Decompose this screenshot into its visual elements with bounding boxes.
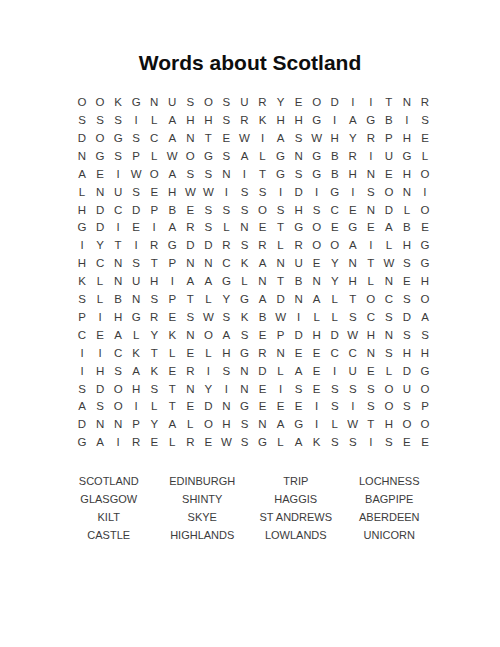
grid-cell-r19c18[interactable]: H: [380, 416, 398, 434]
grid-cell-r15c17[interactable]: N: [362, 345, 380, 363]
grid-cell-r16c3[interactable]: S: [109, 362, 127, 380]
grid-cell-r5c8[interactable]: S: [199, 166, 217, 184]
grid-cell-r4c20[interactable]: L: [416, 148, 434, 166]
grid-cell-r11c18[interactable]: N: [380, 273, 398, 291]
grid-cell-r1c12[interactable]: Y: [272, 94, 290, 112]
grid-cell-r14c4[interactable]: L: [127, 327, 145, 345]
grid-cell-r13c20[interactable]: A: [416, 309, 434, 327]
grid-cell-r5c4[interactable]: W: [127, 166, 145, 184]
grid-cell-r4c2[interactable]: G: [91, 148, 109, 166]
grid-cell-r12c17[interactable]: O: [362, 291, 380, 309]
grid-cell-r10c5[interactable]: T: [145, 255, 163, 273]
grid-cell-r20c12[interactable]: L: [272, 434, 290, 452]
grid-cell-r20c1[interactable]: G: [73, 434, 91, 452]
grid-cell-r1c3[interactable]: K: [109, 94, 127, 112]
grid-cell-r20c10[interactable]: S: [235, 434, 253, 452]
grid-cell-r9c8[interactable]: D: [199, 237, 217, 255]
grid-cell-r8c4[interactable]: E: [127, 219, 145, 237]
grid-cell-r4c10[interactable]: A: [235, 148, 253, 166]
grid-cell-r2c14[interactable]: G: [308, 112, 326, 130]
grid-cell-r18c1[interactable]: A: [73, 398, 91, 416]
grid-cell-r13c1[interactable]: P: [73, 309, 91, 327]
grid-cell-r2c18[interactable]: B: [380, 112, 398, 130]
grid-cell-r16c5[interactable]: K: [145, 362, 163, 380]
grid-cell-r2c1[interactable]: S: [73, 112, 91, 130]
grid-cell-r10c11[interactable]: A: [253, 255, 271, 273]
grid-cell-r17c17[interactable]: S: [362, 380, 380, 398]
grid-cell-r1c4[interactable]: G: [127, 94, 145, 112]
grid-cell-r3c19[interactable]: H: [398, 130, 416, 148]
grid-cell-r14c1[interactable]: C: [73, 327, 91, 345]
grid-cell-r7c13[interactable]: H: [290, 201, 308, 219]
grid-cell-r17c20[interactable]: O: [416, 380, 434, 398]
grid-cell-r19c12[interactable]: A: [272, 416, 290, 434]
grid-cell-r4c1[interactable]: N: [73, 148, 91, 166]
grid-cell-r9c13[interactable]: R: [290, 237, 308, 255]
grid-cell-r15c19[interactable]: H: [398, 345, 416, 363]
grid-cell-r1c11[interactable]: R: [253, 94, 271, 112]
grid-cell-r12c16[interactable]: T: [344, 291, 362, 309]
grid-cell-r19c14[interactable]: I: [308, 416, 326, 434]
grid-cell-r13c8[interactable]: W: [199, 309, 217, 327]
grid-cell-r1c8[interactable]: O: [199, 94, 217, 112]
grid-cell-r3c1[interactable]: D: [73, 130, 91, 148]
grid-cell-r4c3[interactable]: S: [109, 148, 127, 166]
grid-cell-r9c20[interactable]: G: [416, 237, 434, 255]
grid-cell-r5c3[interactable]: I: [109, 166, 127, 184]
grid-cell-r16c16[interactable]: U: [344, 362, 362, 380]
grid-cell-r10c3[interactable]: N: [109, 255, 127, 273]
grid-cell-r4c5[interactable]: L: [145, 148, 163, 166]
grid-cell-r16c17[interactable]: E: [362, 362, 380, 380]
grid-cell-r4c4[interactable]: P: [127, 148, 145, 166]
grid-cell-r3c10[interactable]: W: [235, 130, 253, 148]
grid-cell-r10c10[interactable]: K: [235, 255, 253, 273]
grid-cell-r16c15[interactable]: I: [326, 362, 344, 380]
grid-cell-r18c13[interactable]: E: [290, 398, 308, 416]
grid-cell-r16c11[interactable]: D: [253, 362, 271, 380]
grid-cell-r11c15[interactable]: Y: [326, 273, 344, 291]
grid-cell-r15c4[interactable]: K: [127, 345, 145, 363]
grid-cell-r9c16[interactable]: A: [344, 237, 362, 255]
grid-cell-r19c8[interactable]: O: [199, 416, 217, 434]
grid-cell-r10c19[interactable]: S: [398, 255, 416, 273]
grid-cell-r8c7[interactable]: R: [181, 219, 199, 237]
grid-cell-r13c4[interactable]: G: [127, 309, 145, 327]
grid-cell-r7c16[interactable]: E: [344, 201, 362, 219]
grid-cell-r7c6[interactable]: B: [163, 201, 181, 219]
grid-cell-r5c10[interactable]: I: [235, 166, 253, 184]
grid-cell-r7c19[interactable]: L: [398, 201, 416, 219]
grid-cell-r11c10[interactable]: L: [235, 273, 253, 291]
grid-cell-r15c7[interactable]: E: [181, 345, 199, 363]
grid-cell-r9c7[interactable]: D: [181, 237, 199, 255]
grid-cell-r18c16[interactable]: I: [344, 398, 362, 416]
grid-cell-r2c13[interactable]: H: [290, 112, 308, 130]
grid-cell-r13c2[interactable]: I: [91, 309, 109, 327]
grid-cell-r13c19[interactable]: D: [398, 309, 416, 327]
grid-cell-r5c11[interactable]: T: [253, 166, 271, 184]
grid-cell-r16c19[interactable]: D: [398, 362, 416, 380]
grid-cell-r15c5[interactable]: T: [145, 345, 163, 363]
grid-cell-r6c12[interactable]: I: [272, 183, 290, 201]
grid-cell-r9c9[interactable]: R: [217, 237, 235, 255]
grid-cell-r13c3[interactable]: H: [109, 309, 127, 327]
grid-cell-r7c3[interactable]: C: [109, 201, 127, 219]
grid-cell-r7c17[interactable]: N: [362, 201, 380, 219]
grid-cell-r3c15[interactable]: H: [326, 130, 344, 148]
grid-cell-r10c20[interactable]: G: [416, 255, 434, 273]
grid-cell-r16c12[interactable]: L: [272, 362, 290, 380]
grid-cell-r9c19[interactable]: H: [398, 237, 416, 255]
grid-cell-r20c14[interactable]: K: [308, 434, 326, 452]
grid-cell-r18c15[interactable]: S: [326, 398, 344, 416]
grid-cell-r19c7[interactable]: L: [181, 416, 199, 434]
grid-cell-r8c19[interactable]: B: [398, 219, 416, 237]
grid-cell-r10c13[interactable]: U: [290, 255, 308, 273]
grid-cell-r12c2[interactable]: L: [91, 291, 109, 309]
grid-cell-r18c17[interactable]: S: [362, 398, 380, 416]
grid-cell-r20c6[interactable]: L: [163, 434, 181, 452]
grid-cell-r8c13[interactable]: G: [290, 219, 308, 237]
grid-cell-r2c8[interactable]: H: [199, 112, 217, 130]
grid-cell-r10c18[interactable]: W: [380, 255, 398, 273]
grid-cell-r15c3[interactable]: C: [109, 345, 127, 363]
grid-cell-r5c20[interactable]: O: [416, 166, 434, 184]
grid-cell-r13c11[interactable]: B: [253, 309, 271, 327]
grid-cell-r17c8[interactable]: Y: [199, 380, 217, 398]
grid-cell-r1c10[interactable]: U: [235, 94, 253, 112]
grid-cell-r9c4[interactable]: I: [127, 237, 145, 255]
grid-cell-r6c19[interactable]: N: [398, 183, 416, 201]
grid-cell-r5c18[interactable]: E: [380, 166, 398, 184]
grid-cell-r5c15[interactable]: B: [326, 166, 344, 184]
grid-cell-r16c9[interactable]: S: [217, 362, 235, 380]
grid-cell-r10c14[interactable]: E: [308, 255, 326, 273]
grid-cell-r18c11[interactable]: E: [253, 398, 271, 416]
grid-cell-r6c13[interactable]: D: [290, 183, 308, 201]
grid-cell-r20c16[interactable]: S: [344, 434, 362, 452]
grid-cell-r19c3[interactable]: N: [109, 416, 127, 434]
grid-cell-r12c9[interactable]: Y: [217, 291, 235, 309]
grid-cell-r15c2[interactable]: I: [91, 345, 109, 363]
grid-cell-r3c12[interactable]: A: [272, 130, 290, 148]
grid-cell-r6c2[interactable]: N: [91, 183, 109, 201]
grid-cell-r19c10[interactable]: S: [235, 416, 253, 434]
grid-cell-r4c15[interactable]: B: [326, 148, 344, 166]
grid-cell-r7c12[interactable]: S: [272, 201, 290, 219]
grid-cell-r20c3[interactable]: I: [109, 434, 127, 452]
grid-cell-r10c16[interactable]: N: [344, 255, 362, 273]
grid-cell-r10c9[interactable]: C: [217, 255, 235, 273]
grid-cell-r12c8[interactable]: L: [199, 291, 217, 309]
grid-cell-r4c8[interactable]: G: [199, 148, 217, 166]
grid-cell-r5c7[interactable]: S: [181, 166, 199, 184]
grid-cell-r12c19[interactable]: S: [398, 291, 416, 309]
grid-cell-r14c6[interactable]: K: [163, 327, 181, 345]
grid-cell-r17c12[interactable]: I: [272, 380, 290, 398]
grid-cell-r13c16[interactable]: S: [344, 309, 362, 327]
grid-cell-r16c7[interactable]: R: [181, 362, 199, 380]
grid-cell-r8c1[interactable]: G: [73, 219, 91, 237]
grid-cell-r8c6[interactable]: A: [163, 219, 181, 237]
grid-cell-r6c14[interactable]: I: [308, 183, 326, 201]
grid-cell-r1c9[interactable]: S: [217, 94, 235, 112]
grid-cell-r7c2[interactable]: D: [91, 201, 109, 219]
grid-cell-r8c9[interactable]: L: [217, 219, 235, 237]
grid-cell-r12c15[interactable]: L: [326, 291, 344, 309]
grid-cell-r2c15[interactable]: I: [326, 112, 344, 130]
grid-cell-r2c6[interactable]: A: [163, 112, 181, 130]
grid-cell-r8c10[interactable]: N: [235, 219, 253, 237]
grid-cell-r18c6[interactable]: T: [163, 398, 181, 416]
grid-cell-r3c8[interactable]: T: [199, 130, 217, 148]
grid-cell-r9c6[interactable]: G: [163, 237, 181, 255]
grid-cell-r16c4[interactable]: A: [127, 362, 145, 380]
grid-cell-r3c16[interactable]: Y: [344, 130, 362, 148]
grid-cell-r11c6[interactable]: I: [163, 273, 181, 291]
grid-cell-r11c4[interactable]: U: [127, 273, 145, 291]
grid-cell-r15c1[interactable]: I: [73, 345, 91, 363]
grid-cell-r14c16[interactable]: W: [344, 327, 362, 345]
grid-cell-r7c5[interactable]: P: [145, 201, 163, 219]
grid-cell-r1c16[interactable]: I: [344, 94, 362, 112]
grid-cell-r6c3[interactable]: U: [109, 183, 127, 201]
grid-cell-r1c14[interactable]: O: [308, 94, 326, 112]
grid-cell-r19c9[interactable]: H: [217, 416, 235, 434]
grid-cell-r7c9[interactable]: S: [217, 201, 235, 219]
grid-cell-r9c12[interactable]: L: [272, 237, 290, 255]
grid-cell-r7c10[interactable]: S: [235, 201, 253, 219]
grid-cell-r2c7[interactable]: H: [181, 112, 199, 130]
grid-cell-r17c9[interactable]: I: [217, 380, 235, 398]
grid-cell-r14c13[interactable]: D: [290, 327, 308, 345]
grid-cell-r15c10[interactable]: G: [235, 345, 253, 363]
grid-cell-r19c5[interactable]: Y: [145, 416, 163, 434]
grid-cell-r1c6[interactable]: U: [163, 94, 181, 112]
grid-cell-r12c3[interactable]: B: [109, 291, 127, 309]
grid-cell-r7c4[interactable]: D: [127, 201, 145, 219]
grid-cell-r4c6[interactable]: W: [163, 148, 181, 166]
grid-cell-r1c5[interactable]: N: [145, 94, 163, 112]
grid-cell-r5c2[interactable]: E: [91, 166, 109, 184]
grid-cell-r4c12[interactable]: G: [272, 148, 290, 166]
grid-cell-r17c16[interactable]: S: [344, 380, 362, 398]
grid-cell-r20c13[interactable]: A: [290, 434, 308, 452]
grid-cell-r7c20[interactable]: O: [416, 201, 434, 219]
grid-cell-r1c2[interactable]: O: [91, 94, 109, 112]
grid-cell-r5c16[interactable]: H: [344, 166, 362, 184]
grid-cell-r5c14[interactable]: G: [308, 166, 326, 184]
grid-cell-r1c1[interactable]: O: [73, 94, 91, 112]
grid-cell-r17c2[interactable]: D: [91, 380, 109, 398]
grid-cell-r17c13[interactable]: S: [290, 380, 308, 398]
grid-cell-r19c11[interactable]: N: [253, 416, 271, 434]
grid-cell-r19c17[interactable]: T: [362, 416, 380, 434]
grid-cell-r3c6[interactable]: A: [163, 130, 181, 148]
grid-cell-r1c20[interactable]: R: [416, 94, 434, 112]
grid-cell-r11c13[interactable]: B: [290, 273, 308, 291]
grid-cell-r7c15[interactable]: C: [326, 201, 344, 219]
grid-cell-r17c15[interactable]: S: [326, 380, 344, 398]
grid-cell-r20c9[interactable]: W: [217, 434, 235, 452]
grid-cell-r14c17[interactable]: H: [362, 327, 380, 345]
grid-cell-r3c9[interactable]: E: [217, 130, 235, 148]
grid-cell-r18c8[interactable]: D: [199, 398, 217, 416]
grid-cell-r16c14[interactable]: E: [308, 362, 326, 380]
grid-cell-r9c1[interactable]: I: [73, 237, 91, 255]
grid-cell-r11c14[interactable]: N: [308, 273, 326, 291]
grid-cell-r6c5[interactable]: E: [145, 183, 163, 201]
grid-cell-r13c14[interactable]: L: [308, 309, 326, 327]
grid-cell-r4c18[interactable]: U: [380, 148, 398, 166]
grid-cell-r6c8[interactable]: W: [199, 183, 217, 201]
grid-cell-r10c4[interactable]: S: [127, 255, 145, 273]
grid-cell-r8c12[interactable]: T: [272, 219, 290, 237]
grid-cell-r18c3[interactable]: O: [109, 398, 127, 416]
grid-cell-r6c9[interactable]: I: [217, 183, 235, 201]
grid-cell-r17c1[interactable]: S: [73, 380, 91, 398]
grid-cell-r11c17[interactable]: L: [362, 273, 380, 291]
grid-cell-r13c9[interactable]: S: [217, 309, 235, 327]
grid-cell-r1c15[interactable]: D: [326, 94, 344, 112]
grid-cell-r2c17[interactable]: G: [362, 112, 380, 130]
grid-cell-r15c11[interactable]: R: [253, 345, 271, 363]
grid-cell-r13c5[interactable]: R: [145, 309, 163, 327]
grid-cell-r19c1[interactable]: D: [73, 416, 91, 434]
grid-cell-r17c7[interactable]: N: [181, 380, 199, 398]
grid-cell-r16c13[interactable]: A: [290, 362, 308, 380]
grid-cell-r9c3[interactable]: T: [109, 237, 127, 255]
grid-cell-r9c18[interactable]: L: [380, 237, 398, 255]
grid-cell-r11c8[interactable]: A: [199, 273, 217, 291]
grid-cell-r13c18[interactable]: S: [380, 309, 398, 327]
grid-cell-r3c20[interactable]: E: [416, 130, 434, 148]
grid-cell-r20c18[interactable]: S: [380, 434, 398, 452]
grid-cell-r9c15[interactable]: O: [326, 237, 344, 255]
grid-cell-r2c11[interactable]: K: [253, 112, 271, 130]
grid-cell-r16c2[interactable]: H: [91, 362, 109, 380]
grid-cell-r18c18[interactable]: O: [380, 398, 398, 416]
grid-cell-r11c5[interactable]: H: [145, 273, 163, 291]
grid-cell-r9c5[interactable]: R: [145, 237, 163, 255]
grid-cell-r14c8[interactable]: O: [199, 327, 217, 345]
grid-cell-r11c9[interactable]: G: [217, 273, 235, 291]
grid-cell-r4c19[interactable]: G: [398, 148, 416, 166]
grid-cell-r18c20[interactable]: P: [416, 398, 434, 416]
grid-cell-r9c17[interactable]: I: [362, 237, 380, 255]
grid-cell-r14c2[interactable]: E: [91, 327, 109, 345]
grid-cell-r17c18[interactable]: O: [380, 380, 398, 398]
grid-cell-r4c14[interactable]: G: [308, 148, 326, 166]
grid-cell-r6c6[interactable]: H: [163, 183, 181, 201]
grid-cell-r3c17[interactable]: R: [362, 130, 380, 148]
grid-cell-r7c18[interactable]: D: [380, 201, 398, 219]
grid-cell-r20c2[interactable]: A: [91, 434, 109, 452]
grid-cell-r17c5[interactable]: S: [145, 380, 163, 398]
grid-cell-r8c18[interactable]: A: [380, 219, 398, 237]
grid-cell-r16c1[interactable]: I: [73, 362, 91, 380]
grid-cell-r7c1[interactable]: H: [73, 201, 91, 219]
grid-cell-r17c11[interactable]: E: [253, 380, 271, 398]
grid-cell-r6c11[interactable]: S: [253, 183, 271, 201]
grid-cell-r2c10[interactable]: R: [235, 112, 253, 130]
grid-cell-r4c11[interactable]: L: [253, 148, 271, 166]
grid-cell-r20c15[interactable]: S: [326, 434, 344, 452]
grid-cell-r12c10[interactable]: G: [235, 291, 253, 309]
grid-cell-r19c20[interactable]: O: [416, 416, 434, 434]
grid-cell-r16c8[interactable]: I: [199, 362, 217, 380]
grid-cell-r11c16[interactable]: H: [344, 273, 362, 291]
grid-cell-r12c4[interactable]: N: [127, 291, 145, 309]
grid-cell-r20c5[interactable]: E: [145, 434, 163, 452]
grid-cell-r12c5[interactable]: S: [145, 291, 163, 309]
grid-cell-r18c10[interactable]: G: [235, 398, 253, 416]
grid-cell-r5c13[interactable]: S: [290, 166, 308, 184]
grid-cell-r7c14[interactable]: S: [308, 201, 326, 219]
grid-cell-r19c13[interactable]: G: [290, 416, 308, 434]
grid-cell-r20c4[interactable]: R: [127, 434, 145, 452]
grid-cell-r11c19[interactable]: E: [398, 273, 416, 291]
grid-cell-r10c7[interactable]: N: [181, 255, 199, 273]
grid-cell-r10c2[interactable]: C: [91, 255, 109, 273]
grid-cell-r5c12[interactable]: G: [272, 166, 290, 184]
grid-cell-r5c6[interactable]: A: [163, 166, 181, 184]
grid-cell-r13c7[interactable]: S: [181, 309, 199, 327]
grid-cell-r11c11[interactable]: N: [253, 273, 271, 291]
grid-cell-r18c4[interactable]: I: [127, 398, 145, 416]
grid-cell-r1c19[interactable]: N: [398, 94, 416, 112]
grid-cell-r6c20[interactable]: I: [416, 183, 434, 201]
grid-cell-r13c17[interactable]: C: [362, 309, 380, 327]
grid-cell-r3c3[interactable]: G: [109, 130, 127, 148]
grid-cell-r14c5[interactable]: Y: [145, 327, 163, 345]
grid-cell-r4c16[interactable]: R: [344, 148, 362, 166]
grid-cell-r2c19[interactable]: I: [398, 112, 416, 130]
grid-cell-r11c7[interactable]: A: [181, 273, 199, 291]
grid-cell-r8c5[interactable]: I: [145, 219, 163, 237]
grid-cell-r8c16[interactable]: G: [344, 219, 362, 237]
grid-cell-r19c2[interactable]: N: [91, 416, 109, 434]
grid-cell-r15c8[interactable]: L: [199, 345, 217, 363]
grid-cell-r15c20[interactable]: H: [416, 345, 434, 363]
grid-cell-r13c10[interactable]: K: [235, 309, 253, 327]
grid-cell-r6c15[interactable]: G: [326, 183, 344, 201]
grid-cell-r3c2[interactable]: O: [91, 130, 109, 148]
grid-cell-r7c8[interactable]: S: [199, 201, 217, 219]
grid-cell-r12c6[interactable]: P: [163, 291, 181, 309]
grid-cell-r17c3[interactable]: O: [109, 380, 127, 398]
grid-cell-r6c17[interactable]: S: [362, 183, 380, 201]
grid-cell-r14c14[interactable]: H: [308, 327, 326, 345]
grid-cell-r9c2[interactable]: Y: [91, 237, 109, 255]
grid-cell-r14c3[interactable]: A: [109, 327, 127, 345]
grid-cell-r19c15[interactable]: L: [326, 416, 344, 434]
grid-cell-r19c6[interactable]: A: [163, 416, 181, 434]
grid-cell-r11c1[interactable]: K: [73, 273, 91, 291]
grid-cell-r14c10[interactable]: S: [235, 327, 253, 345]
grid-cell-r13c12[interactable]: W: [272, 309, 290, 327]
grid-cell-r12c1[interactable]: S: [73, 291, 91, 309]
grid-cell-r7c11[interactable]: O: [253, 201, 271, 219]
grid-cell-r8c11[interactable]: E: [253, 219, 271, 237]
grid-cell-r5c19[interactable]: H: [398, 166, 416, 184]
grid-cell-r14c15[interactable]: D: [326, 327, 344, 345]
grid-cell-r2c3[interactable]: S: [109, 112, 127, 130]
grid-cell-r14c7[interactable]: N: [181, 327, 199, 345]
grid-cell-r8c17[interactable]: E: [362, 219, 380, 237]
grid-cell-r18c12[interactable]: E: [272, 398, 290, 416]
